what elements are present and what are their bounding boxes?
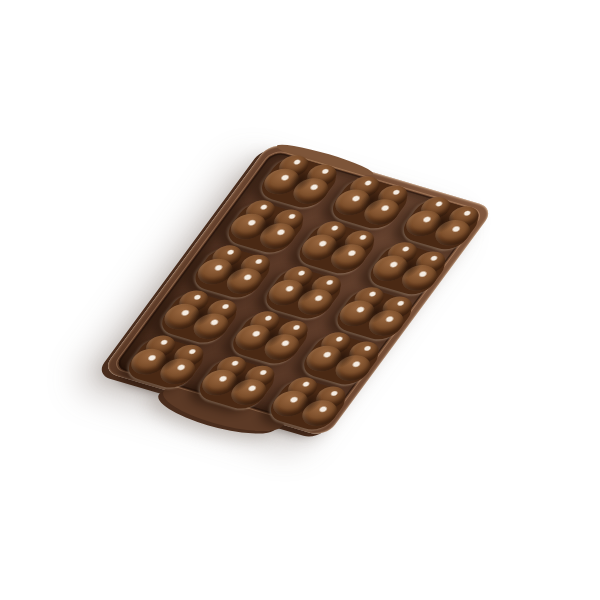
specular-highlight-dot: [317, 405, 329, 414]
specular-highlight-dot: [159, 338, 170, 346]
specular-highlight-dot: [400, 245, 411, 253]
specular-highlight-dot: [279, 339, 291, 348]
specular-highlight-dot: [363, 179, 374, 187]
specular-highlight-dot: [187, 348, 198, 356]
specular-highlight-dot: [258, 203, 269, 211]
specular-highlight-dot: [246, 384, 258, 393]
specular-highlight-dot: [324, 278, 335, 286]
specular-highlight-dot: [263, 314, 274, 322]
specular-highlight-dot: [358, 233, 369, 241]
specular-highlight-dot: [292, 158, 303, 166]
specular-highlight-dot: [241, 273, 253, 282]
specular-highlight-dot: [291, 323, 302, 331]
specular-highlight-dot: [462, 209, 473, 217]
specular-highlight-dot: [220, 303, 231, 311]
specular-highlight-dot: [429, 254, 440, 262]
specular-highlight-dot: [308, 183, 320, 192]
specular-highlight-dot: [192, 293, 203, 301]
specular-highlight-dot: [253, 257, 264, 265]
specular-highlight-dot: [383, 314, 395, 323]
specular-highlight-dot: [434, 200, 445, 208]
specular-highlight-dot: [329, 224, 340, 232]
specular-highlight-dot: [350, 360, 362, 369]
specular-highlight-dot: [320, 167, 331, 175]
specular-highlight-dot: [367, 290, 378, 298]
product-photo: [0, 0, 600, 600]
specular-highlight-dot: [275, 228, 287, 237]
chocolate-mold: [101, 142, 495, 437]
specular-highlight-dot: [379, 203, 391, 212]
specular-highlight-dot: [417, 269, 429, 278]
specular-highlight-dot: [329, 389, 340, 397]
specular-highlight-dot: [225, 248, 236, 256]
specular-highlight-dot: [391, 188, 402, 196]
specular-highlight-dot: [258, 368, 269, 376]
specular-highlight-dot: [362, 344, 373, 352]
specular-highlight-dot: [208, 318, 220, 327]
specular-highlight-dot: [395, 299, 406, 307]
specular-highlight-dot: [287, 212, 298, 220]
specular-highlight-dot: [301, 380, 312, 388]
specular-highlight-dot: [334, 335, 345, 343]
specular-highlight-dot: [230, 359, 241, 367]
specular-highlight-dot: [346, 249, 358, 258]
specular-highlight-dot: [175, 363, 187, 372]
specular-highlight-dot: [312, 294, 324, 303]
specular-highlight-dot: [296, 269, 307, 277]
specular-highlight-dot: [450, 224, 462, 233]
